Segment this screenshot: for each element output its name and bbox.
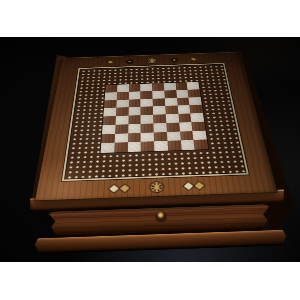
product-photo	[0, 0, 300, 300]
diamond-inlay	[191, 57, 197, 60]
square-7-7	[194, 140, 209, 150]
square-7-6	[180, 140, 194, 150]
square-7-5	[167, 141, 181, 151]
square-7-2	[127, 142, 140, 152]
diamond-inlay	[108, 60, 114, 63]
board-grid	[100, 81, 210, 153]
medallion-inlay	[126, 59, 133, 63]
pearl-dot-border	[62, 63, 249, 181]
square-6-5	[167, 131, 181, 141]
square-6-4	[154, 132, 168, 142]
square-6-0	[101, 134, 115, 144]
square-6-3	[141, 132, 154, 142]
chess-board-top	[34, 51, 278, 201]
photo-area	[0, 37, 300, 262]
rosette-inlay	[148, 58, 156, 63]
medallion-inlay	[171, 58, 178, 62]
square-7-0	[101, 143, 115, 153]
square-6-2	[128, 133, 141, 143]
square-6-6	[180, 131, 194, 141]
square-7-3	[141, 141, 155, 151]
square-6-7	[193, 130, 207, 140]
square-7-1	[114, 142, 128, 152]
diamond-pair-inlay	[183, 181, 206, 191]
rosette-inlay	[150, 182, 163, 192]
square-6-1	[114, 133, 127, 143]
square-7-4	[154, 141, 168, 151]
diamond-pair-inlay	[108, 184, 130, 194]
